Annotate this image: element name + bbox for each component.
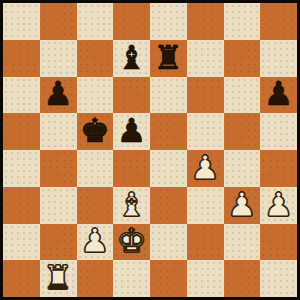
- square-h8[interactable]: [260, 3, 297, 40]
- square-e8[interactable]: [150, 3, 187, 40]
- square-f3[interactable]: [187, 187, 224, 224]
- square-a8[interactable]: [3, 3, 40, 40]
- square-g5[interactable]: [224, 113, 261, 150]
- square-b4[interactable]: [40, 150, 77, 187]
- piece-black-pawn[interactable]: ♟: [117, 114, 147, 147]
- square-d5[interactable]: ♟: [113, 113, 150, 150]
- square-b7[interactable]: [40, 40, 77, 77]
- square-c8[interactable]: [77, 3, 114, 40]
- square-d1[interactable]: [113, 260, 150, 297]
- piece-black-king[interactable]: ♚: [80, 114, 110, 147]
- square-g2[interactable]: [224, 224, 261, 261]
- square-d4[interactable]: [113, 150, 150, 187]
- piece-white-pawn[interactable]: ♟: [264, 188, 294, 221]
- square-g1[interactable]: [224, 260, 261, 297]
- square-d7[interactable]: ♝: [113, 40, 150, 77]
- square-d2[interactable]: ♚: [113, 224, 150, 261]
- square-b8[interactable]: [40, 3, 77, 40]
- square-e4[interactable]: [150, 150, 187, 187]
- square-c7[interactable]: [77, 40, 114, 77]
- square-e1[interactable]: [150, 260, 187, 297]
- square-a5[interactable]: [3, 113, 40, 150]
- square-f5[interactable]: [187, 113, 224, 150]
- square-e5[interactable]: [150, 113, 187, 150]
- chess-board: ♝♜♟♟♚♟♟♝♟♟♟♚♜: [3, 3, 297, 297]
- square-c6[interactable]: [77, 77, 114, 114]
- square-a4[interactable]: [3, 150, 40, 187]
- square-h7[interactable]: [260, 40, 297, 77]
- square-d6[interactable]: [113, 77, 150, 114]
- square-d8[interactable]: [113, 3, 150, 40]
- square-a3[interactable]: [3, 187, 40, 224]
- square-e3[interactable]: [150, 187, 187, 224]
- square-f2[interactable]: [187, 224, 224, 261]
- square-a2[interactable]: [3, 224, 40, 261]
- square-g3[interactable]: ♟: [224, 187, 261, 224]
- square-g6[interactable]: [224, 77, 261, 114]
- piece-white-pawn[interactable]: ♟: [80, 224, 110, 257]
- square-c5[interactable]: ♚: [77, 113, 114, 150]
- square-e6[interactable]: [150, 77, 187, 114]
- piece-white-rook[interactable]: ♜: [43, 261, 73, 294]
- square-b1[interactable]: ♜: [40, 260, 77, 297]
- square-a7[interactable]: [3, 40, 40, 77]
- square-f8[interactable]: [187, 3, 224, 40]
- square-h4[interactable]: [260, 150, 297, 187]
- square-b6[interactable]: ♟: [40, 77, 77, 114]
- chess-board-frame: ♝♜♟♟♚♟♟♝♟♟♟♚♜: [0, 0, 300, 300]
- piece-black-pawn[interactable]: ♟: [264, 77, 294, 110]
- square-g8[interactable]: [224, 3, 261, 40]
- square-b5[interactable]: [40, 113, 77, 150]
- square-c4[interactable]: [77, 150, 114, 187]
- square-h5[interactable]: [260, 113, 297, 150]
- square-c2[interactable]: ♟: [77, 224, 114, 261]
- piece-black-pawn[interactable]: ♟: [43, 77, 73, 110]
- square-a6[interactable]: [3, 77, 40, 114]
- square-e7[interactable]: ♜: [150, 40, 187, 77]
- square-c1[interactable]: [77, 260, 114, 297]
- square-g4[interactable]: [224, 150, 261, 187]
- square-e2[interactable]: [150, 224, 187, 261]
- square-h1[interactable]: [260, 260, 297, 297]
- piece-black-rook[interactable]: ♜: [154, 41, 184, 74]
- piece-white-bishop[interactable]: ♝: [117, 188, 147, 221]
- square-f4[interactable]: ♟: [187, 150, 224, 187]
- piece-black-bishop[interactable]: ♝: [117, 41, 147, 74]
- square-h3[interactable]: ♟: [260, 187, 297, 224]
- square-f6[interactable]: [187, 77, 224, 114]
- square-f1[interactable]: [187, 260, 224, 297]
- piece-white-king[interactable]: ♚: [117, 224, 147, 257]
- square-c3[interactable]: [77, 187, 114, 224]
- square-h2[interactable]: [260, 224, 297, 261]
- square-f7[interactable]: [187, 40, 224, 77]
- piece-white-pawn[interactable]: ♟: [227, 188, 257, 221]
- square-b2[interactable]: [40, 224, 77, 261]
- square-g7[interactable]: [224, 40, 261, 77]
- piece-white-pawn[interactable]: ♟: [190, 151, 220, 184]
- square-d3[interactable]: ♝: [113, 187, 150, 224]
- square-h6[interactable]: ♟: [260, 77, 297, 114]
- square-b3[interactable]: [40, 187, 77, 224]
- square-a1[interactable]: [3, 260, 40, 297]
